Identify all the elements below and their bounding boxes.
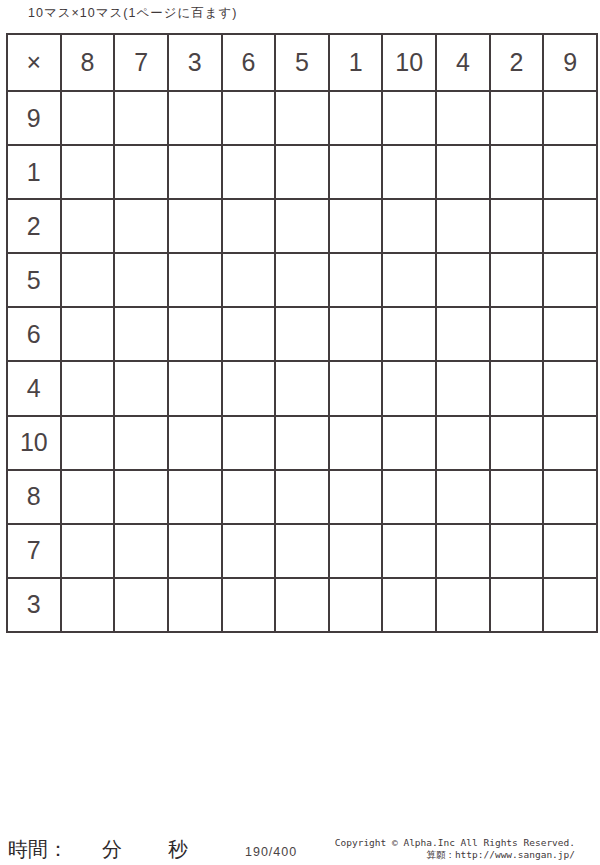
answer-cell[interactable] bbox=[330, 417, 382, 469]
answer-cell[interactable] bbox=[491, 254, 543, 306]
answer-cell[interactable] bbox=[491, 146, 543, 198]
seconds-label: 秒 bbox=[168, 838, 188, 860]
answer-cell[interactable] bbox=[223, 471, 275, 523]
answer-cell[interactable] bbox=[491, 92, 543, 144]
answer-cell[interactable] bbox=[383, 417, 435, 469]
answer-cell[interactable] bbox=[276, 362, 328, 414]
column-header-3: 3 bbox=[169, 35, 221, 90]
answer-cell[interactable] bbox=[115, 254, 167, 306]
operator-cell: × bbox=[8, 35, 60, 90]
answer-cell[interactable] bbox=[62, 200, 114, 252]
answer-cell[interactable] bbox=[491, 362, 543, 414]
answer-cell[interactable] bbox=[383, 308, 435, 360]
answer-cell[interactable] bbox=[491, 525, 543, 577]
answer-cell[interactable] bbox=[437, 525, 489, 577]
answer-cell[interactable] bbox=[383, 471, 435, 523]
answer-cell[interactable] bbox=[115, 417, 167, 469]
answer-cell[interactable] bbox=[115, 579, 167, 631]
answer-cell[interactable] bbox=[383, 200, 435, 252]
answer-cell[interactable] bbox=[330, 92, 382, 144]
answer-cell[interactable] bbox=[330, 362, 382, 414]
answer-cell[interactable] bbox=[62, 417, 114, 469]
answer-cell[interactable] bbox=[437, 579, 489, 631]
answer-cell[interactable] bbox=[115, 92, 167, 144]
copyright-line1: Copyright © Alpha.Inc All Rights Reserve… bbox=[335, 837, 575, 849]
answer-cell[interactable] bbox=[491, 308, 543, 360]
answer-cell[interactable] bbox=[276, 417, 328, 469]
answer-cell[interactable] bbox=[437, 92, 489, 144]
row-header-8: 8 bbox=[8, 471, 60, 523]
answer-cell[interactable] bbox=[491, 579, 543, 631]
footer: 時間：分秒 190/400 Copyright © Alpha.Inc All … bbox=[0, 834, 600, 865]
column-header-6: 6 bbox=[223, 35, 275, 90]
answer-cell[interactable] bbox=[276, 146, 328, 198]
answer-cell[interactable] bbox=[544, 92, 596, 144]
answer-cell[interactable] bbox=[437, 471, 489, 523]
answer-cell[interactable] bbox=[62, 308, 114, 360]
column-header-4: 4 bbox=[437, 35, 489, 90]
time-label: 時間： bbox=[8, 838, 68, 860]
answer-cell[interactable] bbox=[330, 308, 382, 360]
answer-cell[interactable] bbox=[276, 471, 328, 523]
answer-cell[interactable] bbox=[383, 92, 435, 144]
answer-cell[interactable] bbox=[276, 525, 328, 577]
answer-cell[interactable] bbox=[223, 308, 275, 360]
answer-cell[interactable] bbox=[223, 254, 275, 306]
page-title: 10マス×10マス(1ページに百ます) bbox=[28, 5, 238, 22]
answer-cell[interactable] bbox=[383, 362, 435, 414]
answer-cell[interactable] bbox=[383, 579, 435, 631]
answer-cell[interactable] bbox=[544, 308, 596, 360]
answer-cell[interactable] bbox=[437, 362, 489, 414]
answer-cell[interactable] bbox=[330, 146, 382, 198]
multiplication-grid: ×8736511042991256410873 bbox=[6, 33, 598, 633]
answer-cell[interactable] bbox=[62, 579, 114, 631]
answer-cell[interactable] bbox=[62, 254, 114, 306]
answer-cell[interactable] bbox=[169, 579, 221, 631]
answer-cell[interactable] bbox=[437, 308, 489, 360]
answer-cell[interactable] bbox=[544, 525, 596, 577]
row-header-9: 9 bbox=[8, 92, 60, 144]
answer-cell[interactable] bbox=[276, 254, 328, 306]
answer-cell[interactable] bbox=[330, 579, 382, 631]
answer-cell[interactable] bbox=[62, 92, 114, 144]
answer-cell[interactable] bbox=[383, 254, 435, 306]
answer-cell[interactable] bbox=[544, 200, 596, 252]
answer-cell[interactable] bbox=[115, 362, 167, 414]
answer-cell[interactable] bbox=[276, 200, 328, 252]
answer-cell[interactable] bbox=[169, 471, 221, 523]
column-header-8: 8 bbox=[62, 35, 114, 90]
row-header-1: 1 bbox=[8, 146, 60, 198]
time-entry-line: 時間：分秒 bbox=[8, 836, 237, 865]
answer-cell[interactable] bbox=[169, 146, 221, 198]
answer-cell[interactable] bbox=[62, 471, 114, 523]
answer-cell[interactable] bbox=[223, 525, 275, 577]
row-header-2: 2 bbox=[8, 200, 60, 252]
answer-cell[interactable] bbox=[330, 200, 382, 252]
answer-cell[interactable] bbox=[383, 525, 435, 577]
answer-cell[interactable] bbox=[62, 146, 114, 198]
answer-cell[interactable] bbox=[115, 471, 167, 523]
answer-cell[interactable] bbox=[383, 146, 435, 198]
column-header-5: 5 bbox=[276, 35, 328, 90]
answer-cell[interactable] bbox=[115, 146, 167, 198]
column-header-7: 7 bbox=[115, 35, 167, 90]
answer-cell[interactable] bbox=[437, 146, 489, 198]
column-header-1: 1 bbox=[330, 35, 382, 90]
column-header-10: 10 bbox=[383, 35, 435, 90]
answer-cell[interactable] bbox=[491, 200, 543, 252]
answer-cell[interactable] bbox=[276, 92, 328, 144]
answer-cell[interactable] bbox=[437, 254, 489, 306]
answer-cell[interactable] bbox=[544, 254, 596, 306]
answer-cell[interactable] bbox=[544, 471, 596, 523]
column-header-9: 9 bbox=[544, 35, 596, 90]
answer-cell[interactable] bbox=[437, 417, 489, 469]
answer-cell[interactable] bbox=[223, 92, 275, 144]
answer-cell[interactable] bbox=[169, 254, 221, 306]
answer-cell[interactable] bbox=[115, 200, 167, 252]
answer-cell[interactable] bbox=[491, 471, 543, 523]
answer-cell[interactable] bbox=[62, 525, 114, 577]
answer-cell[interactable] bbox=[62, 362, 114, 414]
answer-cell[interactable] bbox=[544, 417, 596, 469]
answer-cell[interactable] bbox=[223, 146, 275, 198]
answer-cell[interactable] bbox=[223, 417, 275, 469]
answer-cell[interactable] bbox=[491, 417, 543, 469]
copyright-line2: 算願：http://www.sangan.jp/ bbox=[335, 849, 575, 861]
minutes-label: 分 bbox=[102, 838, 122, 860]
answer-cell[interactable] bbox=[544, 362, 596, 414]
answer-cell[interactable] bbox=[115, 308, 167, 360]
answer-cell[interactable] bbox=[276, 308, 328, 360]
copyright: Copyright © Alpha.Inc All Rights Reserve… bbox=[335, 837, 575, 860]
row-header-7: 7 bbox=[8, 525, 60, 577]
answer-cell[interactable] bbox=[544, 146, 596, 198]
row-header-10: 10 bbox=[8, 417, 60, 469]
answer-cell[interactable] bbox=[223, 362, 275, 414]
row-header-6: 6 bbox=[8, 308, 60, 360]
answer-cell[interactable] bbox=[223, 579, 275, 631]
answer-cell[interactable] bbox=[223, 200, 275, 252]
answer-cell[interactable] bbox=[169, 417, 221, 469]
answer-cell[interactable] bbox=[330, 471, 382, 523]
answer-cell[interactable] bbox=[169, 308, 221, 360]
row-header-5: 5 bbox=[8, 254, 60, 306]
answer-cell[interactable] bbox=[169, 200, 221, 252]
answer-cell[interactable] bbox=[169, 525, 221, 577]
row-header-3: 3 bbox=[8, 579, 60, 631]
answer-cell[interactable] bbox=[169, 362, 221, 414]
answer-cell[interactable] bbox=[330, 254, 382, 306]
answer-cell[interactable] bbox=[330, 525, 382, 577]
answer-cell[interactable] bbox=[544, 579, 596, 631]
answer-cell[interactable] bbox=[169, 92, 221, 144]
row-header-4: 4 bbox=[8, 362, 60, 414]
answer-cell[interactable] bbox=[437, 200, 489, 252]
answer-cell[interactable] bbox=[276, 579, 328, 631]
page-indicator: 190/400 bbox=[245, 845, 297, 859]
answer-cell[interactable] bbox=[115, 525, 167, 577]
column-header-2: 2 bbox=[491, 35, 543, 90]
